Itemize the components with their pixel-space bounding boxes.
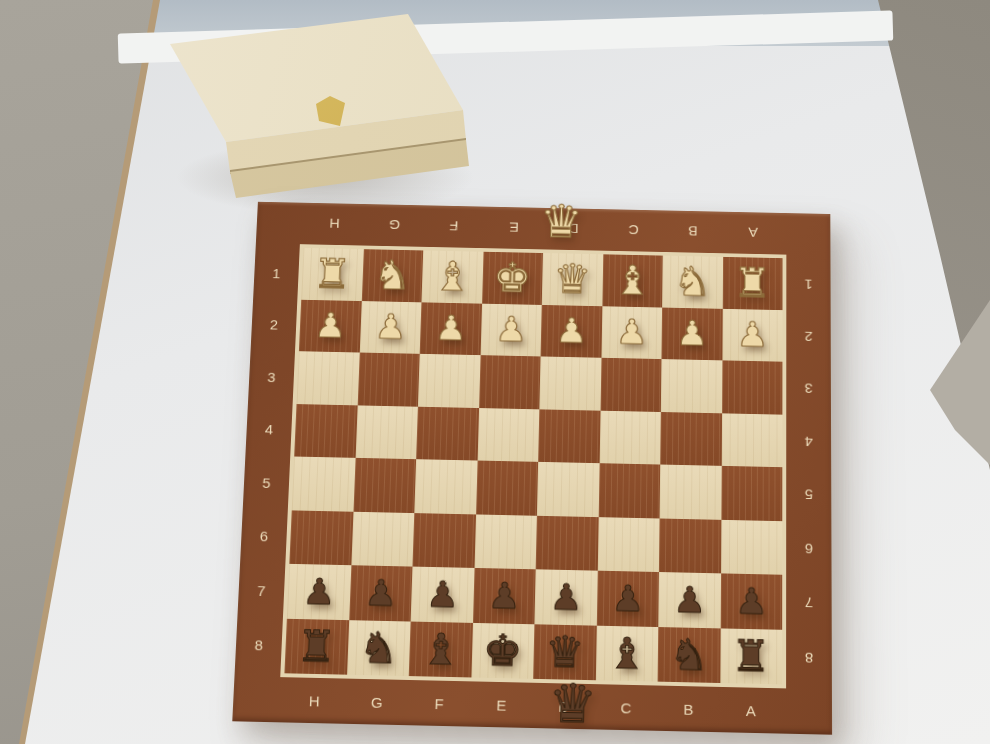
- square-g7[interactable]: ♟: [349, 565, 413, 621]
- square-a8[interactable]: ♜: [720, 628, 782, 684]
- square-f4[interactable]: [416, 406, 479, 460]
- square-c5[interactable]: [598, 463, 660, 518]
- square-h8[interactable]: ♜: [284, 618, 348, 674]
- piece-white-bishop-c1[interactable]: ♝: [613, 260, 651, 301]
- square-d5[interactable]: [537, 462, 599, 517]
- piece-white-rook-a1[interactable]: ♜: [733, 263, 771, 304]
- piece-black-pawn-a7[interactable]: ♟: [735, 583, 768, 619]
- square-e8[interactable]: ♚: [471, 622, 534, 678]
- chess-board: HGFEDCBA HGFEDCBA 12345678 12345678 ♜♞♝♚…: [232, 202, 832, 735]
- square-c1[interactable]: ♝: [602, 254, 663, 307]
- coordinate-label-left-5: 5: [243, 455, 291, 509]
- coordinate-label-bottom-h: H: [282, 677, 346, 724]
- piece-white-pawn-f2[interactable]: ♟: [434, 311, 467, 346]
- square-b3[interactable]: [661, 359, 722, 413]
- square-g3[interactable]: [357, 353, 419, 407]
- piece-white-pawn-d2[interactable]: ♟: [555, 314, 588, 349]
- coordinate-label-left-4: 4: [245, 403, 292, 457]
- piece-white-pawn-e2[interactable]: ♟: [495, 312, 528, 347]
- square-a6[interactable]: [721, 519, 783, 574]
- piece-black-queen-spare-bottom-frame-d-file[interactable]: ♛: [548, 677, 597, 731]
- square-d6[interactable]: [536, 515, 599, 570]
- square-a5[interactable]: [721, 466, 782, 521]
- coordinate-label-bottom-g: G: [345, 679, 409, 726]
- square-e5[interactable]: [476, 461, 539, 516]
- square-e6[interactable]: [474, 514, 537, 569]
- square-b8[interactable]: ♞: [658, 627, 721, 683]
- piece-black-knight-b8[interactable]: ♞: [669, 633, 709, 677]
- piece-black-pawn-b7[interactable]: ♟: [673, 582, 706, 618]
- square-a2[interactable]: ♟: [722, 308, 783, 361]
- piece-white-knight-g1[interactable]: ♞: [373, 255, 412, 296]
- piece-black-pawn-d7[interactable]: ♟: [549, 579, 583, 615]
- coordinate-label-bottom-c: C: [594, 684, 657, 731]
- coordinate-label-left-2: 2: [251, 298, 298, 351]
- coordinate-label-bottom-e: E: [470, 681, 534, 728]
- coordinate-label-right-1: 1: [786, 258, 830, 310]
- coordinate-label-top-e: E: [483, 207, 544, 250]
- coordinate-label-right-2: 2: [786, 310, 831, 363]
- coordinate-label-top-g: G: [363, 204, 424, 247]
- square-g8[interactable]: ♞: [347, 620, 411, 676]
- piece-white-pawn-a2[interactable]: ♟: [736, 318, 768, 353]
- piece-white-pawn-b2[interactable]: ♟: [676, 316, 708, 351]
- square-h6[interactable]: [289, 510, 353, 565]
- square-b1[interactable]: ♞: [662, 256, 723, 309]
- square-f8[interactable]: ♝: [409, 621, 473, 677]
- square-c4[interactable]: [599, 410, 661, 464]
- square-h7[interactable]: ♟: [287, 564, 351, 620]
- coordinate-label-left-7: 7: [237, 563, 285, 618]
- scene: HGFEDCBA HGFEDCBA 12345678 12345678 ♜♞♝♚…: [0, 0, 990, 744]
- square-d7[interactable]: ♟: [534, 569, 597, 625]
- piece-black-bishop-c8[interactable]: ♝: [607, 631, 647, 675]
- square-c6[interactable]: [597, 517, 659, 572]
- square-b5[interactable]: [660, 465, 722, 520]
- piece-white-king-e1[interactable]: ♚: [493, 258, 532, 299]
- square-e2[interactable]: ♟: [480, 303, 542, 356]
- square-b4[interactable]: [660, 412, 721, 466]
- piece-white-queen-spare-top-frame-d-file[interactable]: ♛: [539, 199, 583, 245]
- piece-black-knight-g8[interactable]: ♞: [358, 626, 399, 670]
- piece-white-rook-h1[interactable]: ♜: [313, 254, 353, 295]
- square-f6[interactable]: [412, 513, 475, 568]
- square-h5[interactable]: [292, 457, 355, 512]
- square-h4[interactable]: [294, 404, 357, 458]
- square-f3[interactable]: [418, 354, 480, 408]
- piece-white-pawn-c2[interactable]: ♟: [615, 315, 648, 350]
- square-c8[interactable]: ♝: [595, 625, 658, 681]
- board-field: ♜♞♝♚♛♝♞♜♟♟♟♟♟♟♟♟♟♟♟♟♟♟♟♟♜♞♝♚♛♝♞♜: [280, 244, 786, 688]
- square-f1[interactable]: ♝: [421, 250, 483, 303]
- square-g4[interactable]: [355, 405, 418, 459]
- square-c7[interactable]: ♟: [596, 571, 659, 627]
- square-g2[interactable]: ♟: [359, 301, 421, 354]
- square-h2[interactable]: ♟: [299, 299, 361, 352]
- coordinate-label-top-a: A: [723, 212, 783, 255]
- square-d3[interactable]: [539, 356, 601, 410]
- coordinate-label-left-1: 1: [253, 247, 300, 299]
- piece-black-rook-a8[interactable]: ♜: [731, 634, 770, 678]
- board-labels-right: 12345678: [786, 258, 832, 685]
- coordinate-label-right-7: 7: [786, 575, 832, 631]
- piece-black-pawn-h7[interactable]: ♟: [302, 574, 336, 610]
- piece-black-pawn-c7[interactable]: ♟: [611, 580, 644, 616]
- piece-black-pawn-e7[interactable]: ♟: [487, 578, 521, 614]
- piece-white-pawn-g2[interactable]: ♟: [374, 310, 407, 345]
- piece-black-king-e8[interactable]: ♚: [483, 629, 523, 673]
- square-a7[interactable]: ♟: [720, 573, 782, 629]
- piece-white-queen-d1[interactable]: ♛: [553, 259, 592, 300]
- square-f7[interactable]: ♟: [411, 567, 474, 623]
- square-h1[interactable]: ♜: [301, 248, 363, 301]
- piece-black-pawn-f7[interactable]: ♟: [425, 576, 459, 612]
- coordinate-label-left-3: 3: [248, 350, 295, 403]
- coordinate-label-right-3: 3: [786, 362, 831, 415]
- coordinate-label-top-c: C: [603, 209, 663, 252]
- piece-black-pawn-g7[interactable]: ♟: [364, 575, 398, 611]
- square-e1[interactable]: ♚: [482, 252, 543, 305]
- coordinate-label-right-6: 6: [786, 521, 831, 576]
- coordinate-label-bottom-a: A: [720, 687, 783, 734]
- piece-white-bishop-f1[interactable]: ♝: [433, 256, 472, 297]
- square-d1[interactable]: ♛: [542, 253, 603, 306]
- piece-black-queen-d8[interactable]: ♛: [545, 630, 585, 674]
- square-c3[interactable]: [600, 358, 661, 412]
- piece-white-knight-b1[interactable]: ♞: [673, 262, 711, 303]
- square-f2[interactable]: ♟: [420, 302, 482, 355]
- square-e4[interactable]: [477, 408, 539, 462]
- coordinate-label-right-4: 4: [786, 414, 831, 468]
- square-b2[interactable]: ♟: [661, 307, 722, 360]
- coordinate-label-top-h: H: [304, 203, 365, 246]
- square-h3[interactable]: [297, 351, 360, 405]
- coordinate-label-bottom-b: B: [657, 686, 720, 733]
- square-e7[interactable]: ♟: [472, 568, 535, 624]
- square-e3[interactable]: [479, 355, 541, 409]
- square-a4[interactable]: [721, 413, 782, 467]
- coordinate-label-top-f: F: [423, 205, 484, 248]
- coordinate-label-top-b: B: [663, 210, 723, 253]
- square-g6[interactable]: [351, 511, 414, 566]
- square-b7[interactable]: ♟: [658, 572, 720, 628]
- square-c2[interactable]: ♟: [601, 306, 662, 359]
- piece-white-pawn-h2[interactable]: ♟: [313, 309, 346, 344]
- piece-black-rook-h8[interactable]: ♜: [296, 625, 337, 669]
- square-g1[interactable]: ♞: [361, 249, 423, 302]
- square-a3[interactable]: [722, 360, 783, 414]
- coordinate-label-left-8: 8: [235, 617, 283, 673]
- square-d2[interactable]: ♟: [541, 304, 602, 357]
- square-d4[interactable]: [538, 409, 600, 463]
- piece-black-bishop-f8[interactable]: ♝: [420, 627, 461, 671]
- square-a1[interactable]: ♜: [722, 257, 782, 310]
- coordinate-label-right-8: 8: [786, 629, 832, 685]
- square-f5[interactable]: [414, 459, 477, 514]
- coordinate-label-right-5: 5: [786, 467, 831, 522]
- coordinate-label-bottom-f: F: [407, 680, 471, 727]
- coordinate-label-left-6: 6: [240, 509, 288, 564]
- square-b6[interactable]: [659, 518, 721, 573]
- square-g5[interactable]: [353, 458, 416, 513]
